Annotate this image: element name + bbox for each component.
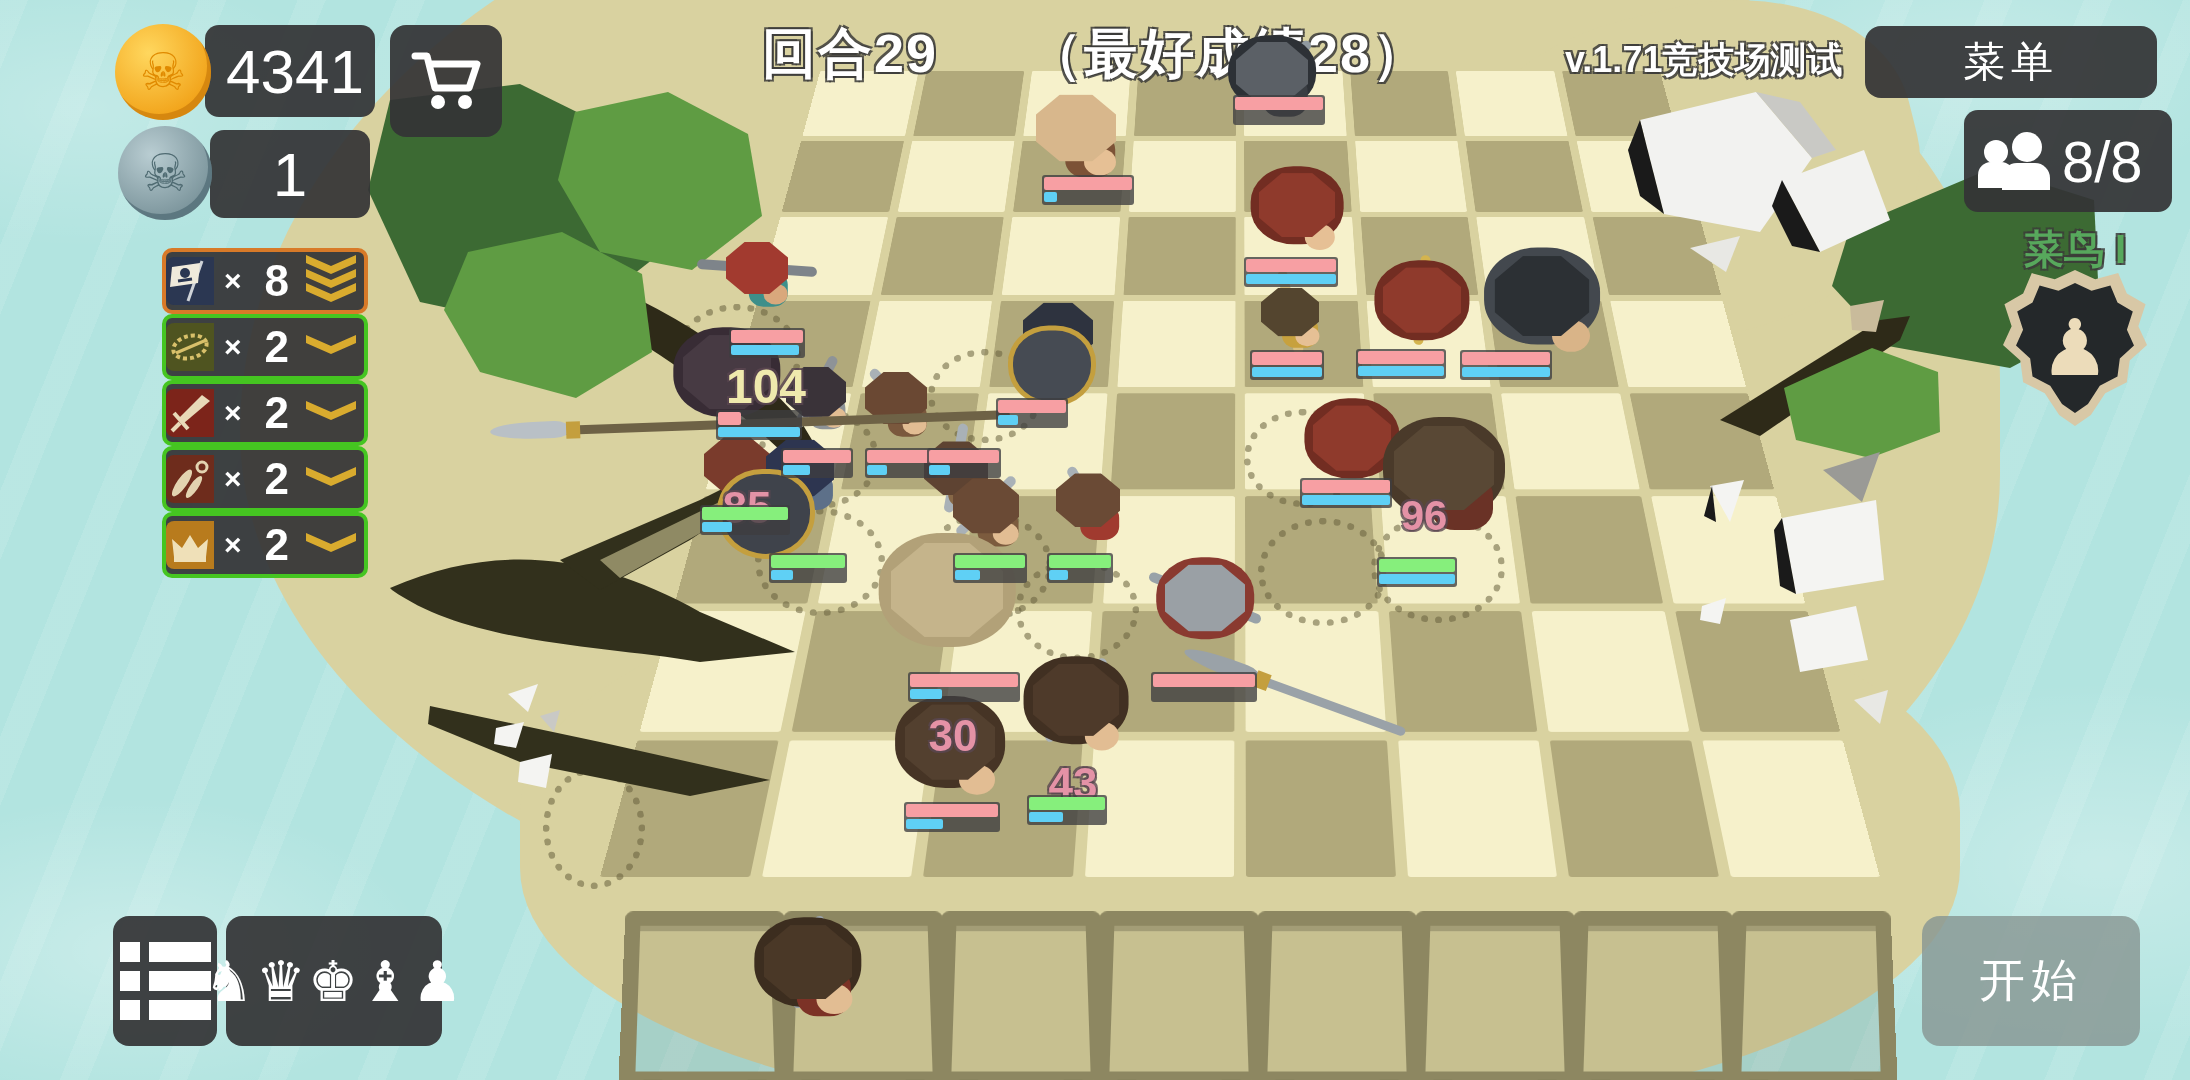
mana-fill	[906, 819, 943, 829]
damage-number: 96	[1401, 492, 1448, 540]
unit-hat	[764, 925, 852, 999]
hp-fill	[731, 330, 803, 343]
enemy-sombrero-brawler-healthbar	[904, 802, 1000, 832]
menu-label: 菜单	[1963, 34, 2059, 90]
start-button[interactable]: 开始	[1922, 916, 2140, 1046]
enemy-tan-cape-healthbar	[908, 672, 1020, 702]
shop-cart-button[interactable]	[390, 25, 502, 137]
blade	[490, 421, 571, 441]
hp-fill	[929, 450, 999, 463]
hp-fill	[1235, 97, 1323, 110]
hp-fill	[1029, 797, 1105, 810]
damage-number: 30	[929, 711, 978, 761]
synergy-row-sword[interactable]: × 2	[162, 380, 368, 446]
synergy-count: 2	[248, 454, 306, 504]
synergy-row-crown[interactable]: × 2	[162, 512, 368, 578]
enemy-dark-tricorn-pirate-healthbar	[716, 410, 802, 440]
mana-fill	[771, 570, 793, 580]
mana-fill	[702, 522, 732, 532]
hp-fill	[1379, 559, 1455, 572]
synergy-count: 8	[248, 256, 306, 306]
ally-halberd-guard-healthbar	[700, 505, 790, 535]
hp-fill	[1044, 177, 1132, 190]
bench-slot-4[interactable]	[1092, 911, 1266, 1080]
enemy-crossbow-red-2-healthbar	[1356, 349, 1446, 379]
mana-fill	[1049, 570, 1068, 580]
hp-fill	[783, 450, 851, 463]
players-icon	[1978, 132, 2052, 190]
players-count: 8/8	[2062, 128, 2143, 195]
mana-fill	[1462, 367, 1550, 377]
times-sign: ×	[224, 330, 242, 364]
hp-fill	[998, 400, 1066, 413]
synergy-count: 2	[248, 520, 306, 570]
mana-fill	[1044, 192, 1057, 202]
synergy-row-daggers[interactable]: × 2	[162, 446, 368, 512]
times-sign: ×	[224, 264, 242, 298]
bench-slot-8[interactable]	[1724, 911, 1898, 1080]
rank-label: 菜鸟 I	[2005, 222, 2145, 277]
enemy-black-hat-gunner-healthbar	[1460, 350, 1552, 380]
chess-pieces-button[interactable]: ♞♛♚♝♟	[226, 916, 442, 1046]
unit-hat	[1236, 42, 1308, 102]
hp-fill	[910, 674, 1018, 687]
pawn-icon: ♟	[2040, 309, 2110, 387]
enemy-gray-duelist-healthbar	[1151, 672, 1257, 702]
mana-fill	[731, 345, 799, 355]
silver-amount: 1	[210, 130, 370, 218]
gold-band	[566, 421, 581, 438]
skull-glyph: ☠	[142, 147, 189, 199]
tier-chevron-1	[306, 472, 356, 486]
times-sign: ×	[224, 462, 242, 496]
players-pill: 8/8	[1964, 110, 2172, 212]
hp-fill	[771, 555, 845, 568]
bench-slot-7[interactable]	[1566, 911, 1740, 1080]
enemy-south-blade-healthbar	[927, 448, 1001, 478]
roster-list-button[interactable]	[113, 916, 217, 1046]
hp-fill	[906, 804, 998, 817]
enemy-jester-shieldman-healthbar	[996, 398, 1068, 428]
mana-fill	[929, 465, 950, 475]
sword-icon	[166, 389, 214, 437]
fallen-sword	[1248, 672, 1406, 737]
chess-pieces-icon: ♞♛♚♝♟	[204, 949, 465, 1014]
enemy-hammer-sailor-healthbar	[781, 448, 853, 478]
synergy-row-pirate-flag[interactable]: × 8	[162, 248, 368, 314]
trap-icon	[166, 323, 214, 371]
mana-fill	[718, 427, 800, 437]
tier-chevron-1	[306, 340, 356, 354]
ally-bluecoat-captain-healthbar	[769, 553, 847, 583]
pirate-flag-icon	[166, 257, 214, 305]
hp-fill	[1246, 259, 1336, 272]
enemy-mustard-deckhand-healthbar	[1250, 350, 1324, 380]
ally-center-swordsman-healthbar	[953, 553, 1027, 583]
unit-hat	[1165, 564, 1245, 631]
gold-amount: 4341	[215, 25, 375, 117]
hp-fill	[1252, 352, 1322, 365]
unit-hat	[1033, 664, 1119, 736]
menu-button[interactable]: 菜单	[1865, 26, 2157, 98]
bench-slot-3[interactable]	[934, 911, 1108, 1080]
damage-number: 104	[726, 359, 806, 414]
silver-coin-icon: ☠	[118, 126, 212, 220]
start-label: 开始	[1979, 950, 2083, 1012]
hp-fill	[702, 507, 788, 520]
unit-hat	[1259, 173, 1335, 237]
bench-slot-6[interactable]	[1408, 911, 1582, 1080]
hp-fill	[1153, 674, 1255, 687]
hp-fill	[867, 450, 935, 463]
mana-fill	[1029, 812, 1063, 822]
bench-slot-5[interactable]	[1250, 911, 1424, 1080]
mana-fill	[955, 570, 980, 580]
hp-fill	[1049, 555, 1111, 568]
mana-fill	[783, 465, 810, 475]
synergy-count: 2	[248, 322, 306, 372]
hp-fill	[1462, 352, 1550, 365]
enemy-raider-down-healthbar	[1042, 175, 1134, 205]
enemy-crossbow-red-1-healthbar	[1244, 257, 1338, 287]
unit-hat	[1495, 256, 1590, 336]
enemy-crossbow-red-3-healthbar	[1300, 478, 1392, 508]
mana-fill	[1379, 574, 1455, 584]
cart-icon	[411, 50, 481, 112]
mana-fill	[1246, 274, 1336, 284]
synergy-count: 2	[248, 388, 306, 438]
hp-fill	[1302, 480, 1390, 493]
enemy-axe-marauder-healthbar	[1233, 95, 1325, 125]
gold-coin-icon: ☠	[115, 24, 211, 120]
ally-pavise-bearer-healthbar	[1377, 557, 1457, 587]
hp-fill	[1358, 351, 1444, 364]
daggers-icon	[166, 455, 214, 503]
mana-fill	[1302, 495, 1390, 505]
times-sign: ×	[224, 528, 242, 562]
version-label: v.1.71竞技场测试	[1565, 36, 1842, 85]
list-icon	[120, 942, 211, 1020]
mana-fill	[910, 689, 942, 699]
skull-glyph: ☠	[140, 46, 187, 98]
times-sign: ×	[224, 396, 242, 430]
mana-fill	[867, 465, 887, 475]
tier-chevron-1	[306, 406, 356, 420]
mana-fill	[1252, 367, 1322, 377]
ally-sombrero-cutlass-healthbar	[1027, 795, 1107, 825]
ally-red-vest-fencer-healthbar	[1047, 553, 1113, 583]
unit-hat	[953, 478, 1019, 533]
unit-hat	[1036, 94, 1116, 161]
round-label: 回合29	[762, 23, 938, 83]
unit-shield	[1008, 326, 1096, 407]
synergy-row-trap[interactable]: × 2	[162, 314, 368, 380]
mana-fill	[1358, 366, 1444, 376]
mana-fill	[998, 415, 1018, 425]
tier-chevron-1	[306, 538, 356, 552]
hp-fill	[955, 555, 1025, 568]
enemy-crossbow-scout-healthbar	[729, 328, 805, 358]
hp-fill	[718, 412, 741, 425]
tier-chevrons-3	[306, 260, 356, 302]
crown-icon	[166, 521, 214, 569]
